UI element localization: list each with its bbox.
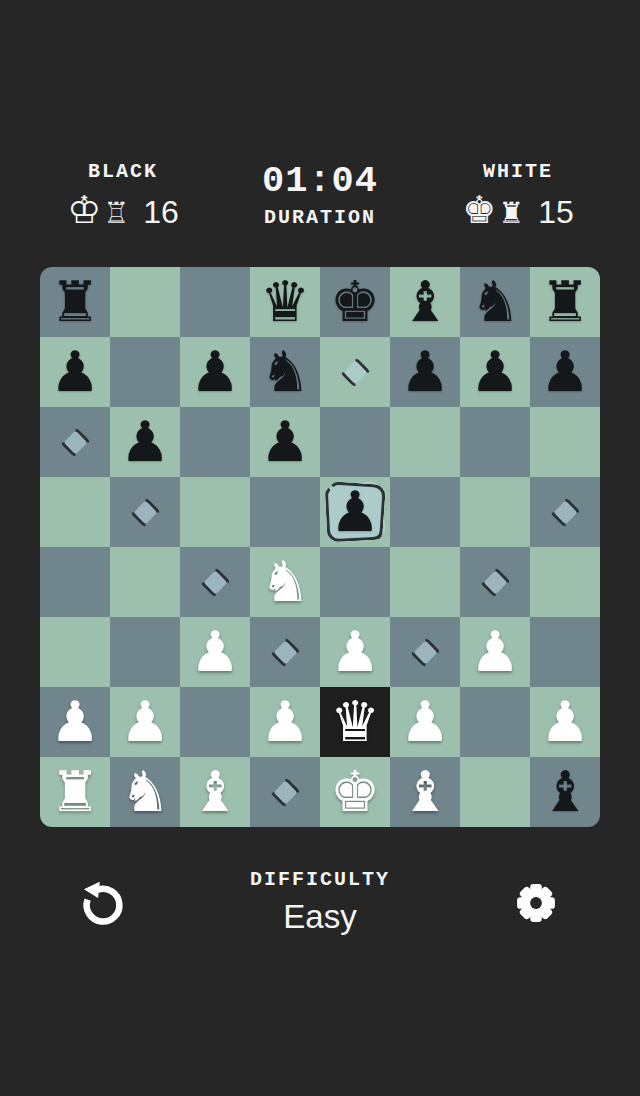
- square-e2[interactable]: ♛: [320, 687, 390, 757]
- square-h5[interactable]: [530, 477, 600, 547]
- player-white-panel: WHITE ♚♜ 15: [423, 160, 613, 229]
- settings-button[interactable]: [515, 882, 557, 924]
- move-marker[interactable]: [59, 426, 92, 459]
- black-pawn: ♟: [470, 337, 520, 407]
- square-d2[interactable]: ♟: [250, 687, 320, 757]
- square-f3[interactable]: [390, 617, 460, 687]
- black-pawn: ♟: [50, 337, 100, 407]
- move-marker[interactable]: [269, 776, 302, 809]
- square-f7[interactable]: ♟: [390, 337, 460, 407]
- square-e3[interactable]: ♟: [320, 617, 390, 687]
- black-king: ♚: [330, 267, 380, 337]
- square-h2[interactable]: ♟: [530, 687, 600, 757]
- square-h7[interactable]: ♟: [530, 337, 600, 407]
- square-e4[interactable]: [320, 547, 390, 617]
- black-queen: ♛: [260, 267, 310, 337]
- square-a5[interactable]: [40, 477, 110, 547]
- black-pawn: ♟: [540, 337, 590, 407]
- square-c8[interactable]: [180, 267, 250, 337]
- square-g8[interactable]: ♞: [460, 267, 530, 337]
- square-f6[interactable]: [390, 407, 460, 477]
- square-g4[interactable]: [460, 547, 530, 617]
- square-b6[interactable]: ♟: [110, 407, 180, 477]
- square-e6[interactable]: [320, 407, 390, 477]
- square-e7[interactable]: [320, 337, 390, 407]
- king-outline-icon: ♔: [67, 191, 101, 229]
- white-pawn: ♟: [120, 687, 170, 757]
- king-filled-icon: ♚: [462, 191, 496, 229]
- difficulty-control[interactable]: DIFFICULTY Easy: [200, 868, 440, 936]
- move-marker[interactable]: [269, 636, 302, 669]
- clock-time: 01:04: [220, 163, 420, 200]
- white-pawn: ♟: [50, 687, 100, 757]
- square-b1[interactable]: ♞: [110, 757, 180, 827]
- square-a6[interactable]: [40, 407, 110, 477]
- square-g5[interactable]: [460, 477, 530, 547]
- black-rook: ♜: [540, 267, 590, 337]
- black-piece-count: 16: [143, 196, 179, 228]
- black-bishop: ♝: [540, 757, 590, 827]
- black-knight: ♞: [470, 267, 520, 337]
- rook-filled-icon: ♜: [498, 199, 524, 228]
- white-bishop: ♝: [400, 757, 450, 827]
- black-pieces-icons: ♔♖: [67, 191, 129, 229]
- square-g6[interactable]: [460, 407, 530, 477]
- difficulty-label: DIFFICULTY: [200, 868, 440, 891]
- white-piece-count: 15: [538, 196, 574, 228]
- square-a3[interactable]: [40, 617, 110, 687]
- square-c4[interactable]: [180, 547, 250, 617]
- black-pawn: ♟: [190, 337, 240, 407]
- square-d1[interactable]: [250, 757, 320, 827]
- player-black-panel: BLACK ♔♖ 16: [28, 160, 218, 229]
- square-a2[interactable]: ♟: [40, 687, 110, 757]
- duration-clock: 01:04 DURATION: [220, 163, 420, 229]
- white-pawn: ♟: [540, 687, 590, 757]
- square-b8[interactable]: [110, 267, 180, 337]
- square-h4[interactable]: [530, 547, 600, 617]
- square-h3[interactable]: [530, 617, 600, 687]
- difficulty-value: Easy: [200, 898, 440, 936]
- last-move-origin-marker[interactable]: [339, 356, 372, 389]
- white-pieces-icons: ♚♜: [462, 191, 524, 229]
- undo-button[interactable]: [79, 879, 127, 927]
- square-d7[interactable]: ♞: [250, 337, 320, 407]
- rook-outline-icon: ♖: [103, 199, 129, 228]
- square-c7[interactable]: ♟: [180, 337, 250, 407]
- square-e8[interactable]: ♚: [320, 267, 390, 337]
- undo-icon: [79, 879, 127, 927]
- gear-icon: [515, 882, 557, 924]
- black-knight: ♞: [260, 337, 310, 407]
- black-pawn: ♟: [330, 477, 380, 547]
- square-d6[interactable]: ♟: [250, 407, 320, 477]
- black-pawn: ♟: [120, 407, 170, 477]
- square-g3[interactable]: ♟: [460, 617, 530, 687]
- square-g1[interactable]: [460, 757, 530, 827]
- black-label: BLACK: [28, 160, 218, 183]
- white-pawn: ♟: [190, 617, 240, 687]
- square-f5[interactable]: [390, 477, 460, 547]
- square-a8[interactable]: ♜: [40, 267, 110, 337]
- square-h8[interactable]: ♜: [530, 267, 600, 337]
- square-f2[interactable]: ♟: [390, 687, 460, 757]
- square-b5[interactable]: [110, 477, 180, 547]
- square-b3[interactable]: [110, 617, 180, 687]
- square-d3[interactable]: [250, 617, 320, 687]
- square-g2[interactable]: [460, 687, 530, 757]
- square-c1[interactable]: ♝: [180, 757, 250, 827]
- chess-board: ♜♛♚♝♞♜♟♟♞♟♟♟♟♟♟♞♟♟♟♟♟♟♛♟♟♜♞♝♚♝♝: [40, 267, 600, 827]
- square-f4[interactable]: [390, 547, 460, 617]
- square-d4[interactable]: ♞: [250, 547, 320, 617]
- white-pawn: ♟: [400, 687, 450, 757]
- square-h6[interactable]: [530, 407, 600, 477]
- white-knight: ♞: [260, 547, 310, 617]
- black-rook: ♜: [50, 267, 100, 337]
- move-marker[interactable]: [129, 496, 162, 529]
- white-pawn: ♟: [470, 617, 520, 687]
- square-a4[interactable]: [40, 547, 110, 617]
- black-bishop: ♝: [400, 267, 450, 337]
- square-b4[interactable]: [110, 547, 180, 617]
- white-king: ♚: [330, 757, 380, 827]
- square-c3[interactable]: ♟: [180, 617, 250, 687]
- black-pawn: ♟: [260, 407, 310, 477]
- square-c5[interactable]: [180, 477, 250, 547]
- black-pawn: ♟: [400, 337, 450, 407]
- white-queen: ♛: [330, 687, 380, 757]
- square-c2[interactable]: [180, 687, 250, 757]
- white-label: WHITE: [423, 160, 613, 183]
- square-b2[interactable]: ♟: [110, 687, 180, 757]
- move-marker[interactable]: [409, 636, 442, 669]
- move-marker[interactable]: [479, 566, 512, 599]
- white-pawn: ♟: [260, 687, 310, 757]
- square-e1[interactable]: ♚: [320, 757, 390, 827]
- square-a1[interactable]: ♜: [40, 757, 110, 827]
- square-f8[interactable]: ♝: [390, 267, 460, 337]
- move-marker[interactable]: [549, 496, 582, 529]
- square-a7[interactable]: ♟: [40, 337, 110, 407]
- clock-label: DURATION: [220, 206, 420, 229]
- square-c6[interactable]: [180, 407, 250, 477]
- square-f1[interactable]: ♝: [390, 757, 460, 827]
- move-marker[interactable]: [199, 566, 232, 599]
- square-d5[interactable]: [250, 477, 320, 547]
- white-rook: ♜: [50, 757, 100, 827]
- square-h1[interactable]: ♝: [530, 757, 600, 827]
- white-bishop: ♝: [190, 757, 240, 827]
- square-b7[interactable]: [110, 337, 180, 407]
- white-pawn: ♟: [330, 617, 380, 687]
- square-g7[interactable]: ♟: [460, 337, 530, 407]
- white-knight: ♞: [120, 757, 170, 827]
- square-d8[interactable]: ♛: [250, 267, 320, 337]
- square-e5[interactable]: ♟: [320, 477, 390, 547]
